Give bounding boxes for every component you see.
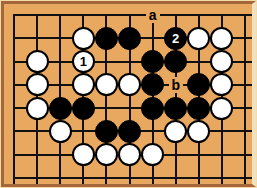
grid-hline <box>13 14 252 16</box>
white-stone <box>95 73 118 96</box>
white-stone <box>164 120 187 143</box>
black-stone-move-2: 2 <box>164 27 187 50</box>
white-stone <box>210 97 233 120</box>
black-stone <box>141 97 164 120</box>
white-stone <box>187 27 210 50</box>
white-stone <box>118 73 141 96</box>
white-stone <box>118 143 141 166</box>
black-stone <box>72 97 95 120</box>
white-stone <box>141 143 164 166</box>
black-stone <box>95 27 118 50</box>
diagram-frame: 21ab <box>0 0 257 188</box>
white-stone-move-1: 1 <box>72 50 95 73</box>
white-stone <box>210 73 233 96</box>
white-stone <box>187 120 210 143</box>
white-stone <box>210 27 233 50</box>
go-board: 21ab <box>1 1 256 187</box>
black-stone <box>95 120 118 143</box>
white-stone <box>26 97 49 120</box>
grid-hline <box>13 177 252 179</box>
point-label-a: a <box>146 7 160 23</box>
black-stone <box>141 50 164 73</box>
white-stone <box>26 73 49 96</box>
black-stone <box>164 50 187 73</box>
black-stone <box>187 73 210 96</box>
black-stone <box>187 97 210 120</box>
white-stone <box>26 50 49 73</box>
black-stone <box>164 97 187 120</box>
white-stone <box>72 73 95 96</box>
point-label-b: b <box>169 77 183 93</box>
white-stone <box>210 50 233 73</box>
black-stone <box>118 120 141 143</box>
black-stone <box>49 97 72 120</box>
white-stone <box>72 143 95 166</box>
black-stone <box>141 73 164 96</box>
grid-vline <box>13 14 15 184</box>
white-stone <box>49 120 72 143</box>
white-stone <box>95 143 118 166</box>
black-stone <box>118 27 141 50</box>
grid-vline <box>244 14 246 184</box>
white-stone <box>72 27 95 50</box>
